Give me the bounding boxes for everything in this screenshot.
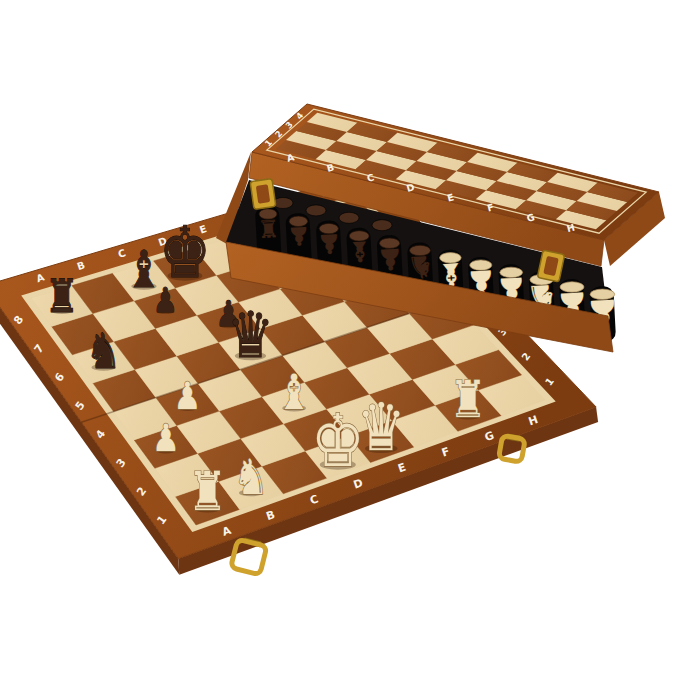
foam-back-row-piece-base [306,205,326,216]
piece-black-pawn-c7[interactable]: ♟ [153,281,178,320]
piece-glyph: ♚ [311,398,365,483]
foam-back-row-piece-base [339,212,359,223]
piece-glyph: ♟ [152,416,180,460]
piece-white-bishop-d3[interactable]: ♝ [276,364,312,421]
case-clasp-2 [537,250,564,282]
piece-white-pawn-b4[interactable]: ♟ [174,374,202,418]
piece-white-king-d1[interactable]: ♚ [311,398,365,483]
piece-glyph: ♞ [233,449,269,506]
piece-black-knight-a6[interactable]: ♞ [85,323,121,380]
piece-glyph: ♜ [188,459,227,522]
piece-white-rook-g1[interactable]: ♜ [449,370,487,429]
chess-set-photo: AABBCCDDEEFFGGHH1122334455667788♜♟♟♝♟♞♝♟… [0,0,700,700]
piece-glyph: ♟ [174,374,202,418]
case-clasp-1 [250,179,276,210]
piece-black-rook-a8[interactable]: ♜ [45,269,79,323]
piece-glyph: ♜ [449,370,487,429]
piece-glyph: ♛ [227,298,274,372]
piece-glyph: ♟ [153,281,178,320]
piece-glyph: ♞ [85,323,121,380]
foam-back-row-piece-base [372,220,392,231]
svg-text:♜: ♜ [257,213,280,242]
piece-glyph: ♝ [276,364,312,421]
svg-text:♟: ♟ [317,228,342,260]
chess-scene-canvas: AABBCCDDEEFFGGHH1122334455667788♜♟♟♝♟♞♝♟… [0,0,700,700]
piece-white-rook-a1[interactable]: ♜ [188,459,227,522]
svg-text:♝: ♝ [346,234,373,268]
piece-white-knight-b1[interactable]: ♞ [233,449,269,506]
piece-white-pawn-a3[interactable]: ♟ [152,416,180,460]
svg-text:♟: ♟ [287,221,311,251]
piece-glyph: ♜ [45,269,79,323]
piece-black-queen-d5[interactable]: ♛ [227,298,274,372]
